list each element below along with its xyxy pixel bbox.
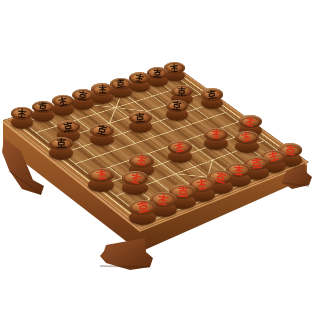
- xiangqi-table-photo: [0, 0, 320, 320]
- table-leg-front: [100, 238, 153, 270]
